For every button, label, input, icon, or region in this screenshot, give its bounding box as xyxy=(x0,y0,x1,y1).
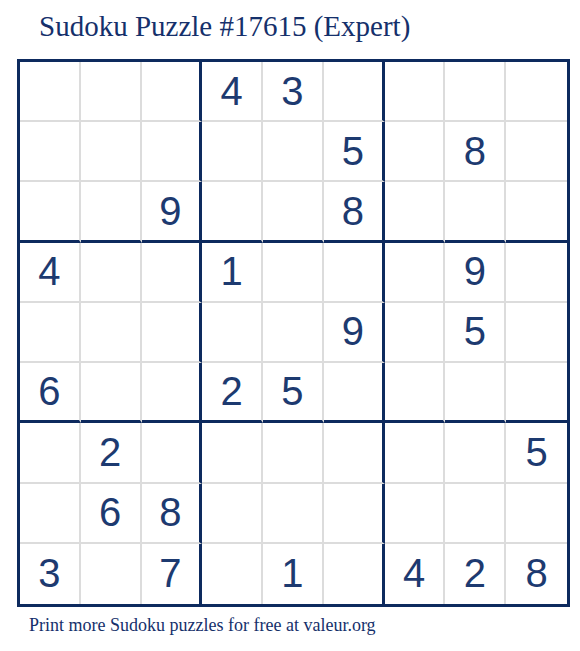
cell-r6c2[interactable] xyxy=(81,363,142,423)
cell-r5c5[interactable] xyxy=(263,303,324,363)
cell-r6c8[interactable] xyxy=(445,363,506,423)
cell-r9c9[interactable]: 8 xyxy=(506,544,567,604)
cell-r9c8[interactable]: 2 xyxy=(445,544,506,604)
cell-r6c4[interactable]: 2 xyxy=(202,363,263,423)
cell-r3c3[interactable]: 9 xyxy=(142,182,203,242)
cell-r5c6[interactable]: 9 xyxy=(324,303,385,363)
cell-r4c2[interactable] xyxy=(81,243,142,303)
cell-r8c5[interactable] xyxy=(263,484,324,544)
cell-r5c2[interactable] xyxy=(81,303,142,363)
cell-r6c9[interactable] xyxy=(506,363,567,423)
cell-r5c3[interactable] xyxy=(142,303,203,363)
cell-r6c1[interactable]: 6 xyxy=(20,363,81,423)
cell-r5c7[interactable] xyxy=(385,303,446,363)
cell-r9c1[interactable]: 3 xyxy=(20,544,81,604)
cell-r3c8[interactable] xyxy=(445,182,506,242)
cell-r3c7[interactable] xyxy=(385,182,446,242)
cell-r2c5[interactable] xyxy=(263,122,324,182)
cell-r5c4[interactable] xyxy=(202,303,263,363)
cell-r2c1[interactable] xyxy=(20,122,81,182)
cell-r3c5[interactable] xyxy=(263,182,324,242)
cell-r3c6[interactable]: 8 xyxy=(324,182,385,242)
cell-r1c4[interactable]: 4 xyxy=(202,62,263,122)
cell-r3c2[interactable] xyxy=(81,182,142,242)
cell-r8c9[interactable] xyxy=(506,484,567,544)
cell-r2c7[interactable] xyxy=(385,122,446,182)
cell-r4c1[interactable]: 4 xyxy=(20,243,81,303)
cell-r2c6[interactable]: 5 xyxy=(324,122,385,182)
cell-r8c4[interactable] xyxy=(202,484,263,544)
cell-r1c6[interactable] xyxy=(324,62,385,122)
cell-r2c4[interactable] xyxy=(202,122,263,182)
cell-r8c3[interactable]: 8 xyxy=(142,484,203,544)
sudoku-grid: 435898419956252568371428 xyxy=(17,59,570,607)
cell-r8c2[interactable]: 6 xyxy=(81,484,142,544)
cell-r3c4[interactable] xyxy=(202,182,263,242)
cell-r2c9[interactable] xyxy=(506,122,567,182)
cell-r4c5[interactable] xyxy=(263,243,324,303)
cell-r1c8[interactable] xyxy=(445,62,506,122)
cell-r1c5[interactable]: 3 xyxy=(263,62,324,122)
cell-r7c8[interactable] xyxy=(445,423,506,483)
cell-r9c4[interactable] xyxy=(202,544,263,604)
cell-r7c5[interactable] xyxy=(263,423,324,483)
cell-r4c6[interactable] xyxy=(324,243,385,303)
cell-r1c9[interactable] xyxy=(506,62,567,122)
cell-r8c7[interactable] xyxy=(385,484,446,544)
cell-r7c2[interactable]: 2 xyxy=(81,423,142,483)
sudoku-page: Sudoku Puzzle #17615 (Expert) 4358984199… xyxy=(0,0,580,651)
cell-r4c3[interactable] xyxy=(142,243,203,303)
cell-r6c3[interactable] xyxy=(142,363,203,423)
cell-r8c1[interactable] xyxy=(20,484,81,544)
cell-r9c2[interactable] xyxy=(81,544,142,604)
cell-r7c1[interactable] xyxy=(20,423,81,483)
cell-r4c9[interactable] xyxy=(506,243,567,303)
cell-r4c8[interactable]: 9 xyxy=(445,243,506,303)
cell-r7c3[interactable] xyxy=(142,423,203,483)
cell-r6c5[interactable]: 5 xyxy=(263,363,324,423)
cell-r6c6[interactable] xyxy=(324,363,385,423)
cell-r7c7[interactable] xyxy=(385,423,446,483)
cell-r9c7[interactable]: 4 xyxy=(385,544,446,604)
cell-r5c1[interactable] xyxy=(20,303,81,363)
cell-r5c9[interactable] xyxy=(506,303,567,363)
cell-r4c4[interactable]: 1 xyxy=(202,243,263,303)
cell-r8c8[interactable] xyxy=(445,484,506,544)
cell-r3c1[interactable] xyxy=(20,182,81,242)
cell-r9c5[interactable]: 1 xyxy=(263,544,324,604)
cell-r2c8[interactable]: 8 xyxy=(445,122,506,182)
cell-r7c4[interactable] xyxy=(202,423,263,483)
cell-r4c7[interactable] xyxy=(385,243,446,303)
cell-r1c7[interactable] xyxy=(385,62,446,122)
cell-r1c2[interactable] xyxy=(81,62,142,122)
cell-r7c6[interactable] xyxy=(324,423,385,483)
cell-r7c9[interactable]: 5 xyxy=(506,423,567,483)
cell-r8c6[interactable] xyxy=(324,484,385,544)
cell-r1c1[interactable] xyxy=(20,62,81,122)
cell-r1c3[interactable] xyxy=(142,62,203,122)
cell-r5c8[interactable]: 5 xyxy=(445,303,506,363)
cell-r9c6[interactable] xyxy=(324,544,385,604)
cell-r3c9[interactable] xyxy=(506,182,567,242)
cell-r6c7[interactable] xyxy=(385,363,446,423)
cell-r9c3[interactable]: 7 xyxy=(142,544,203,604)
footer-text: Print more Sudoku puzzles for free at va… xyxy=(29,615,376,636)
page-title: Sudoku Puzzle #17615 (Expert) xyxy=(39,10,410,43)
cell-r2c3[interactable] xyxy=(142,122,203,182)
cell-r2c2[interactable] xyxy=(81,122,142,182)
